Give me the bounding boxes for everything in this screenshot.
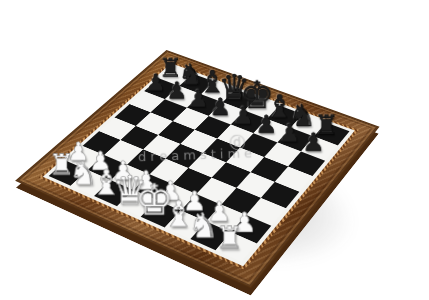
black-pawn-a7: ♟ <box>145 71 166 94</box>
black-pawn-f7: ♟ <box>255 112 277 137</box>
black-pawn-g7: ♟ <box>279 121 301 146</box>
black-pawn-c7: ♟ <box>188 87 209 111</box>
stock-photo-scene: ♜♞♝♛♚♝♞♜♟♟♟♟♟♟♟♟♟♟♟♟♟♟♟♟♜♞♝♛♚♝♞♜ ⓓ dream… <box>0 0 429 300</box>
white-rook-h1: ♜ <box>216 223 244 254</box>
black-pawn-d7: ♟ <box>210 95 232 119</box>
black-pawn-b7: ♟ <box>166 79 187 103</box>
square-h1[interactable]: ♜ <box>215 232 256 262</box>
black-pawn-h7: ♟ <box>303 130 325 155</box>
black-pawn-e7: ♟ <box>233 103 255 127</box>
